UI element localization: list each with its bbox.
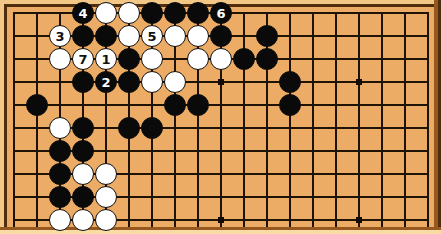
black-stone	[49, 140, 71, 162]
white-stone	[141, 71, 163, 93]
move-number-label: 4	[78, 7, 87, 20]
black-stone	[118, 71, 140, 93]
black-stone	[72, 117, 94, 139]
move-number-label: 1	[101, 53, 110, 66]
stone-layer: 4635712	[0, 0, 441, 234]
black-stone	[141, 117, 163, 139]
white-stone	[95, 163, 117, 185]
black-stone	[72, 140, 94, 162]
go-board-diagram: 4635712	[0, 0, 441, 234]
black-stone	[256, 48, 278, 70]
black-stone	[72, 25, 94, 47]
white-stone	[49, 117, 71, 139]
black-stone	[26, 94, 48, 116]
white-stone	[72, 163, 94, 185]
white-stone	[95, 2, 117, 24]
black-stone	[187, 94, 209, 116]
white-stone	[95, 186, 117, 208]
white-stone	[118, 25, 140, 47]
move-number-label: 7	[78, 53, 87, 66]
white-stone	[187, 25, 209, 47]
black-stone	[279, 71, 301, 93]
white-stone	[164, 71, 186, 93]
black-stone	[118, 48, 140, 70]
black-stone	[210, 25, 232, 47]
black-stone	[49, 186, 71, 208]
black-stone	[95, 25, 117, 47]
black-stone	[118, 117, 140, 139]
move-2-black-stone: 2	[95, 71, 117, 93]
white-stone	[95, 209, 117, 231]
black-stone	[49, 163, 71, 185]
move-1-white-stone: 1	[95, 48, 117, 70]
white-stone	[49, 209, 71, 231]
move-number-label: 5	[147, 30, 156, 43]
move-5-white-stone: 5	[141, 25, 163, 47]
move-3-white-stone: 3	[49, 25, 71, 47]
move-number-label: 6	[216, 7, 225, 20]
black-stone	[279, 94, 301, 116]
black-stone	[256, 25, 278, 47]
black-stone	[164, 94, 186, 116]
move-6-black-stone: 6	[210, 2, 232, 24]
move-4-black-stone: 4	[72, 2, 94, 24]
white-stone	[49, 48, 71, 70]
black-stone	[72, 186, 94, 208]
white-stone	[210, 48, 232, 70]
white-stone	[164, 25, 186, 47]
move-number-label: 2	[101, 76, 110, 89]
black-stone	[164, 2, 186, 24]
move-number-label: 3	[55, 30, 64, 43]
black-stone	[233, 48, 255, 70]
black-stone	[141, 2, 163, 24]
move-7-white-stone: 7	[72, 48, 94, 70]
white-stone	[141, 48, 163, 70]
black-stone	[72, 71, 94, 93]
white-stone	[187, 48, 209, 70]
black-stone	[187, 2, 209, 24]
white-stone	[118, 2, 140, 24]
white-stone	[72, 209, 94, 231]
